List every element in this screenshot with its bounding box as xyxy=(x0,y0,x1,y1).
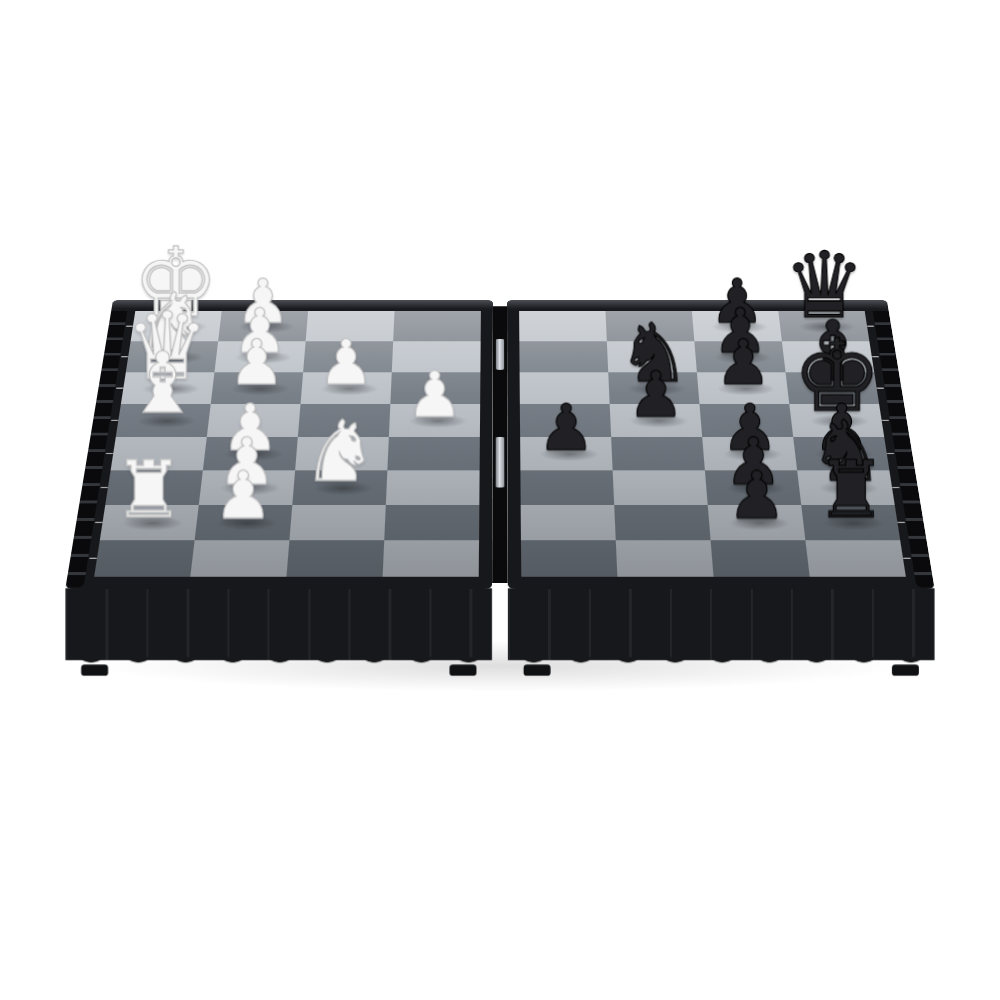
piece-glyph: ♟ xyxy=(318,331,374,393)
board-plane: ♚♟♟♛♞♟♟♛♟♟♞♟♝♝♟♟♚♟♟♟♟♟♞♟♞♜♟♟♜ xyxy=(65,300,934,589)
foot xyxy=(892,665,919,676)
piece-glyph: ♜ xyxy=(113,449,184,528)
photo-background: ♚♟♟♛♞♟♟♛♟♟♞♟♝♝♟♟♚♟♟♟♟♟♞♟♞♜♟♟♜ xyxy=(0,0,1000,1000)
chess-set: ♚♟♟♛♞♟♟♛♟♟♞♟♝♝♟♟♚♟♟♟♟♟♞♟♞♜♟♟♜ xyxy=(113,300,887,718)
piece-glyph: ♟ xyxy=(537,395,594,459)
piece-glyph: ♟ xyxy=(406,363,463,426)
pieces-layer: ♚♟♟♛♞♟♟♛♟♟♞♟♝♝♟♟♚♟♟♟♟♟♞♟♞♜♟♟♜ xyxy=(65,300,934,589)
piece-glyph: ♟ xyxy=(628,363,685,426)
foot xyxy=(524,665,551,676)
piece-glyph: ♟ xyxy=(229,331,285,393)
front-face-right xyxy=(508,588,935,660)
piece-glyph: ♟ xyxy=(715,331,771,393)
piece-glyph: ♟ xyxy=(214,463,273,529)
foot xyxy=(449,665,476,676)
front-face-left xyxy=(65,588,492,660)
piece-glyph: ♝ xyxy=(125,342,201,426)
piece-glyph: ♞ xyxy=(302,409,378,493)
piece-glyph: ♜ xyxy=(816,449,887,528)
piece-glyph: ♟ xyxy=(727,463,786,529)
foot xyxy=(81,665,108,676)
